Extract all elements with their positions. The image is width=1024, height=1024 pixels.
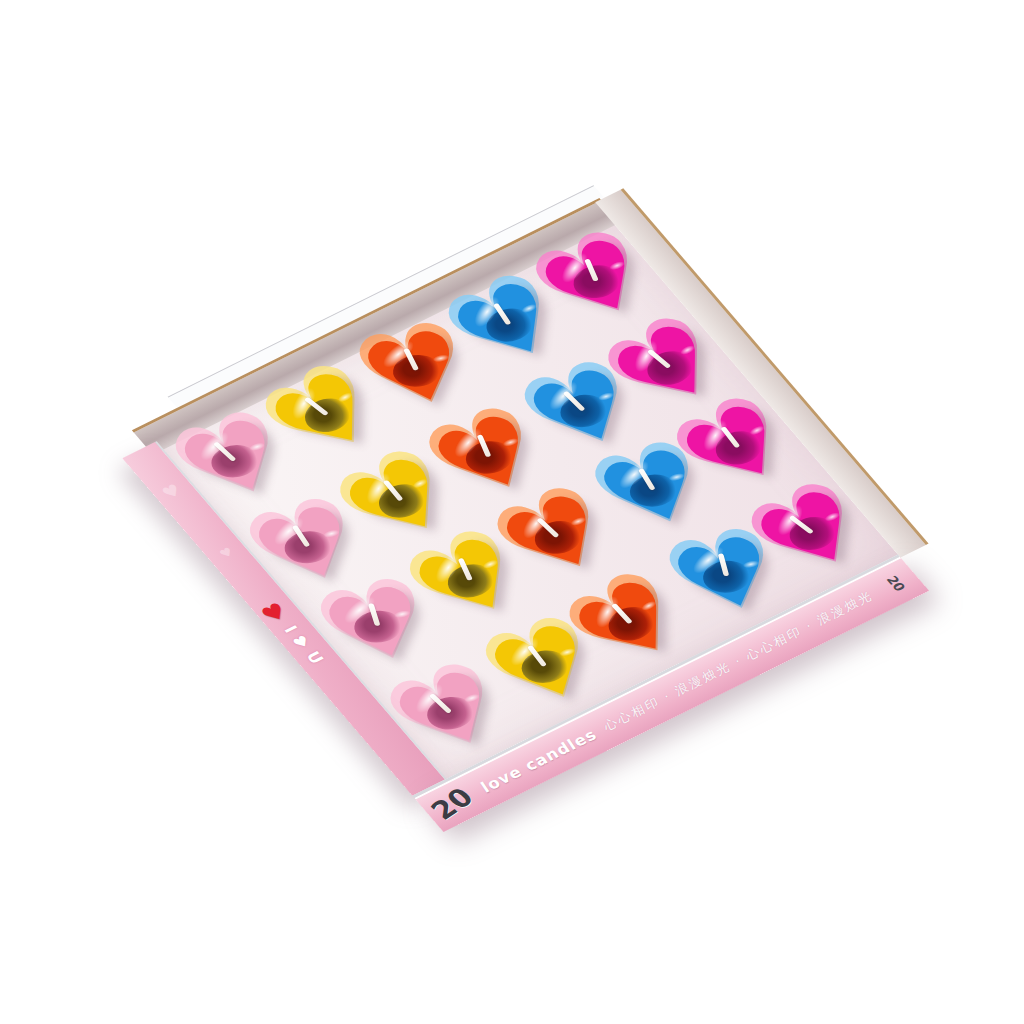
candle-grid: ♥♥♥♥♥♥♥♥♥♥♥♥♥♥♥♥♥♥♥♥♥♥♥♥♥♥♥♥♥♥♥♥♥♥♥♥♥♥♥♥ <box>160 223 898 780</box>
candle-count-label-right: 20 <box>883 573 908 593</box>
photo-canvas: ♥♥♥♥♥♥♥♥♥♥♥♥♥♥♥♥♥♥♥♥♥♥♥♥♥♥♥♥♥♥♥♥♥♥♥♥♥♥♥♥… <box>0 0 1024 1024</box>
printed-heart-icon: ♥ <box>217 545 236 560</box>
candle-box: ♥♥♥♥♥♥♥♥♥♥♥♥♥♥♥♥♥♥♥♥♥♥♥♥♥♥♥♥♥♥♥♥♥♥♥♥♥♥♥♥… <box>160 223 898 780</box>
printed-heart-icon: ♥ <box>159 481 185 502</box>
logo-heart-icon: ♥ <box>257 599 292 626</box>
candle-count-label: 20 <box>424 782 480 825</box>
